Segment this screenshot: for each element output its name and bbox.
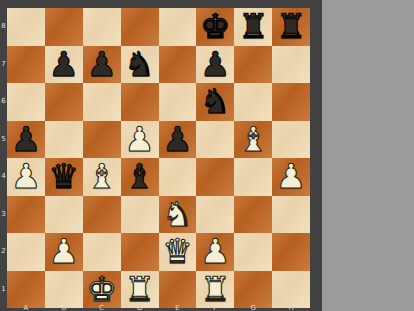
square-h7[interactable] — [272, 46, 310, 84]
square-g1[interactable] — [234, 271, 272, 309]
file-label-g: G — [234, 304, 272, 311]
square-b6[interactable] — [45, 83, 83, 121]
square-c1[interactable]: ♚ — [83, 271, 121, 309]
square-f8[interactable]: ♚ — [196, 8, 234, 46]
file-label-a: A — [7, 304, 45, 311]
file-label-b: B — [45, 304, 83, 311]
square-b8[interactable] — [45, 8, 83, 46]
square-c4[interactable]: ♝ — [83, 158, 121, 196]
square-g4[interactable] — [234, 158, 272, 196]
square-h2[interactable] — [272, 233, 310, 271]
black-pawn-f7[interactable]: ♟ — [200, 46, 230, 83]
app-window: { "game": "chess", "position": { "fen": … — [0, 0, 414, 311]
square-e2[interactable]: ♛ — [159, 233, 197, 271]
white-bishop-c4[interactable]: ♝ — [86, 158, 116, 195]
board: ♚♜♜♟♟♞♟♞♟♟♟♝♟♛♝♝♟♞♟♛♟♚♜♜ — [7, 8, 310, 308]
white-knight-e3[interactable]: ♞ — [162, 196, 192, 233]
rank-label-3: 3 — [0, 196, 7, 234]
white-rook-f1[interactable]: ♜ — [200, 271, 230, 308]
rank-label-1: 1 — [0, 271, 7, 309]
white-pawn-b2[interactable]: ♟ — [49, 233, 79, 270]
rank-label-8: 8 — [0, 8, 7, 46]
square-f1[interactable]: ♜ — [196, 271, 234, 309]
black-king-f8[interactable]: ♚ — [200, 8, 230, 45]
square-e7[interactable] — [159, 46, 197, 84]
square-a5[interactable]: ♟ — [7, 121, 45, 159]
file-label-d: D — [121, 304, 159, 311]
square-a8[interactable] — [7, 8, 45, 46]
rank-label-5: 5 — [0, 121, 7, 159]
rank-label-6: 6 — [0, 83, 7, 121]
black-knight-d7[interactable]: ♞ — [124, 46, 154, 83]
black-rook-g8[interactable]: ♜ — [238, 8, 268, 45]
square-f2[interactable]: ♟ — [196, 233, 234, 271]
square-h6[interactable] — [272, 83, 310, 121]
square-a4[interactable]: ♟ — [7, 158, 45, 196]
square-f4[interactable] — [196, 158, 234, 196]
file-label-c: C — [83, 304, 121, 311]
black-pawn-e5[interactable]: ♟ — [162, 121, 192, 158]
square-h1[interactable] — [272, 271, 310, 309]
square-d2[interactable] — [121, 233, 159, 271]
square-e8[interactable] — [159, 8, 197, 46]
square-d3[interactable] — [121, 196, 159, 234]
square-f5[interactable] — [196, 121, 234, 159]
black-pawn-b7[interactable]: ♟ — [49, 46, 79, 83]
square-h4[interactable]: ♟ — [272, 158, 310, 196]
square-b3[interactable] — [45, 196, 83, 234]
square-b4[interactable]: ♛ — [45, 158, 83, 196]
black-rook-h8[interactable]: ♜ — [276, 8, 306, 45]
square-e3[interactable]: ♞ — [159, 196, 197, 234]
file-label-h: H — [272, 304, 310, 311]
black-pawn-a5[interactable]: ♟ — [11, 121, 41, 158]
square-b1[interactable] — [45, 271, 83, 309]
square-h5[interactable] — [272, 121, 310, 159]
square-g3[interactable] — [234, 196, 272, 234]
square-b5[interactable] — [45, 121, 83, 159]
square-a7[interactable] — [7, 46, 45, 84]
square-c8[interactable] — [83, 8, 121, 46]
rank-label-2: 2 — [0, 233, 7, 271]
black-knight-f6[interactable]: ♞ — [200, 83, 230, 120]
square-f3[interactable] — [196, 196, 234, 234]
white-rook-d1[interactable]: ♜ — [124, 271, 154, 308]
black-queen-b4[interactable]: ♛ — [49, 158, 79, 195]
rank-label-4: 4 — [0, 158, 7, 196]
board-frame: ♚♜♜♟♟♞♟♞♟♟♟♝♟♛♝♝♟♞♟♛♟♚♜♜ 87654321 ABCDEF… — [0, 0, 322, 311]
square-g8[interactable]: ♜ — [234, 8, 272, 46]
square-a1[interactable] — [7, 271, 45, 309]
square-f6[interactable]: ♞ — [196, 83, 234, 121]
square-d1[interactable]: ♜ — [121, 271, 159, 309]
square-h8[interactable]: ♜ — [272, 8, 310, 46]
square-c6[interactable] — [83, 83, 121, 121]
square-e5[interactable]: ♟ — [159, 121, 197, 159]
white-king-c1[interactable]: ♚ — [86, 271, 116, 308]
white-pawn-f2[interactable]: ♟ — [200, 233, 230, 270]
black-bishop-d4[interactable]: ♝ — [124, 158, 154, 195]
square-b7[interactable]: ♟ — [45, 46, 83, 84]
square-c7[interactable]: ♟ — [83, 46, 121, 84]
square-b2[interactable]: ♟ — [45, 233, 83, 271]
square-g7[interactable] — [234, 46, 272, 84]
white-bishop-g5[interactable]: ♝ — [238, 121, 268, 158]
square-e6[interactable] — [159, 83, 197, 121]
square-e1[interactable] — [159, 271, 197, 309]
square-e4[interactable] — [159, 158, 197, 196]
square-c5[interactable] — [83, 121, 121, 159]
square-a6[interactable] — [7, 83, 45, 121]
square-f7[interactable]: ♟ — [196, 46, 234, 84]
square-d4[interactable]: ♝ — [121, 158, 159, 196]
white-pawn-a4[interactable]: ♟ — [11, 158, 41, 195]
square-c3[interactable] — [83, 196, 121, 234]
square-h3[interactable] — [272, 196, 310, 234]
square-d8[interactable] — [121, 8, 159, 46]
file-label-e: E — [159, 304, 197, 311]
white-pawn-h4[interactable]: ♟ — [276, 158, 306, 195]
square-d6[interactable] — [121, 83, 159, 121]
white-pawn-d5[interactable]: ♟ — [124, 121, 154, 158]
square-d7[interactable]: ♞ — [121, 46, 159, 84]
square-c2[interactable] — [83, 233, 121, 271]
square-g6[interactable] — [234, 83, 272, 121]
black-pawn-c7[interactable]: ♟ — [86, 46, 116, 83]
square-a2[interactable] — [7, 233, 45, 271]
square-g2[interactable] — [234, 233, 272, 271]
square-a3[interactable] — [7, 196, 45, 234]
square-g5[interactable]: ♝ — [234, 121, 272, 159]
file-label-f: F — [196, 304, 234, 311]
rank-label-7: 7 — [0, 46, 7, 84]
white-queen-e2[interactable]: ♛ — [162, 233, 192, 270]
square-d5[interactable]: ♟ — [121, 121, 159, 159]
